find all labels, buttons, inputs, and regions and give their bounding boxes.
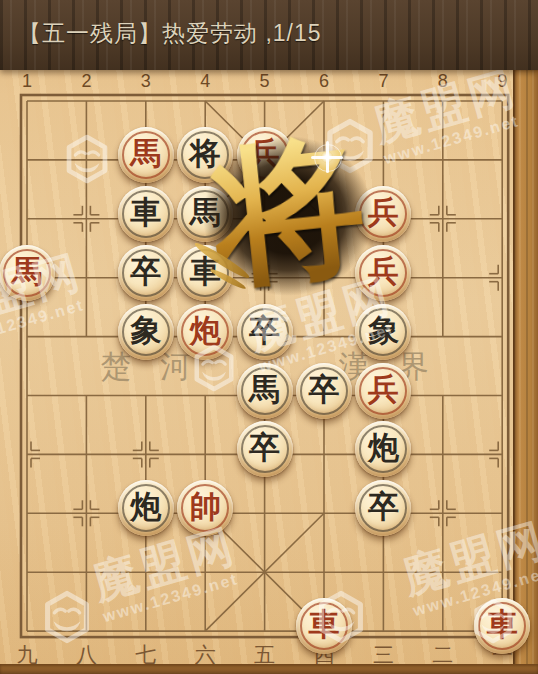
piece-glyph: 馬 [130, 133, 161, 175]
piece-glyph: 炮 [368, 427, 399, 469]
puzzle-title: 【五一残局】热爱劳动 ,1/15 [18, 18, 322, 49]
piece-glyph: 兵 [368, 192, 399, 234]
black-piece-馬-c4r3[interactable]: 馬 [177, 186, 233, 242]
red-piece-馬-c1r4[interactable]: 馬 [0, 245, 55, 301]
black-piece-馬-c5r6[interactable]: 馬 [237, 363, 293, 419]
piece-glyph: 車 [190, 251, 221, 293]
piece-glyph: 兵 [249, 133, 280, 175]
black-piece-卒-c5r5[interactable]: 卒 [237, 304, 293, 360]
piece-glyph: 象 [368, 310, 399, 352]
red-piece-兵-c7r3[interactable]: 兵 [355, 186, 411, 242]
file-label-top-3: 3 [131, 70, 161, 92]
piece-glyph: 卒 [249, 427, 280, 469]
piece-glyph: 炮 [190, 310, 221, 352]
piece-glyph: 卒 [130, 251, 161, 293]
piece-glyph: 卒 [249, 310, 280, 352]
black-piece-炮-c3r8[interactable]: 炮 [118, 480, 174, 536]
black-piece-卒-c3r4[interactable]: 卒 [118, 245, 174, 301]
piece-glyph: 将 [190, 133, 221, 175]
black-piece-炮-c7r7[interactable]: 炮 [355, 421, 411, 477]
red-piece-帥-c4r8[interactable]: 帥 [177, 480, 233, 536]
piece-glyph: 卒 [309, 369, 340, 411]
piece-glyph: 兵 [368, 369, 399, 411]
red-piece-兵-c7r6[interactable]: 兵 [355, 363, 411, 419]
river-label: 河 [160, 349, 191, 384]
file-label-top-6: 6 [309, 70, 339, 92]
piece-glyph: 卒 [368, 486, 399, 528]
black-piece-象-c7r5[interactable]: 象 [355, 304, 411, 360]
river-label: 楚 [101, 349, 132, 384]
xiangqi-app-screen: 【五一残局】热爱劳动 ,1/15 123456789 九八七六五四三二一 楚河漢… [0, 0, 538, 674]
black-piece-将-c4r2[interactable]: 将 [177, 127, 233, 183]
red-piece-兵-c5r2[interactable]: 兵 [237, 127, 293, 183]
black-piece-卒-c6r6[interactable]: 卒 [296, 363, 352, 419]
title-bar: 【五一残局】热爱劳动 ,1/15 [0, 0, 538, 70]
black-piece-象-c3r5[interactable]: 象 [118, 304, 174, 360]
board-frame-right [513, 70, 538, 674]
file-label-top-7: 7 [368, 70, 398, 92]
piece-glyph: 帥 [190, 486, 221, 528]
file-label-top-5: 5 [250, 70, 280, 92]
piece-glyph: 炮 [130, 486, 161, 528]
file-label-top-2: 2 [71, 70, 101, 92]
black-piece-卒-c7r8[interactable]: 卒 [355, 480, 411, 536]
red-piece-炮-c4r5[interactable]: 炮 [177, 304, 233, 360]
piece-glyph: 車 [309, 604, 340, 646]
file-label-top-1: 1 [12, 70, 42, 92]
piece-glyph: 車 [130, 192, 161, 234]
piece-glyph: 馬 [190, 192, 221, 234]
board-frame-bottom [0, 664, 538, 674]
piece-glyph: 車 [487, 604, 518, 646]
piece-glyph: 馬 [12, 251, 43, 293]
file-label-top-4: 4 [190, 70, 220, 92]
file-label-top-8: 8 [428, 70, 458, 92]
piece-glyph: 象 [130, 310, 161, 352]
red-piece-兵-c7r4[interactable]: 兵 [355, 245, 411, 301]
red-piece-車-c6r10[interactable]: 車 [296, 598, 352, 654]
red-piece-車-c9r10[interactable]: 車 [474, 598, 530, 654]
black-piece-卒-c5r7[interactable]: 卒 [237, 421, 293, 477]
black-piece-車-c4r4[interactable]: 車 [177, 245, 233, 301]
black-piece-車-c3r3[interactable]: 車 [118, 186, 174, 242]
piece-glyph: 馬 [249, 369, 280, 411]
red-piece-馬-c3r2[interactable]: 馬 [118, 127, 174, 183]
piece-glyph: 兵 [368, 251, 399, 293]
